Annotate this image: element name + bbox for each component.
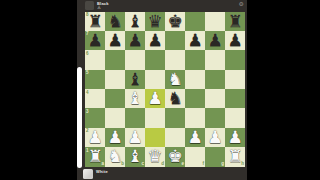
piece-black-pawn[interactable]: ♟ <box>205 31 225 50</box>
piece-white-queen[interactable]: ♛ <box>145 147 165 166</box>
piece-white-rook[interactable]: ♜ <box>85 147 105 166</box>
square-g4[interactable] <box>205 89 225 108</box>
square-f4[interactable] <box>185 89 205 108</box>
square-b5[interactable] <box>105 70 125 89</box>
square-h4[interactable] <box>225 89 245 108</box>
square-e2[interactable] <box>165 128 185 147</box>
rank-label: 3 <box>86 109 89 114</box>
piece-white-knight[interactable]: ♞ <box>165 70 185 89</box>
square-c7[interactable]: ♟ <box>125 31 145 50</box>
square-a1[interactable]: 1a♜ <box>85 147 105 166</box>
piece-black-bishop[interactable]: ♝ <box>125 70 145 89</box>
piece-white-pawn[interactable]: ♟ <box>225 128 245 147</box>
square-h7[interactable]: ♟ <box>225 31 245 50</box>
piece-white-bishop[interactable]: ♝ <box>125 147 145 166</box>
piece-black-pawn[interactable]: ♟ <box>85 31 105 50</box>
bottom-player-name: White <box>96 169 108 174</box>
square-d8[interactable]: ♛ <box>145 12 165 31</box>
square-a2[interactable]: 2♟ <box>85 128 105 147</box>
piece-white-pawn[interactable]: ♟ <box>125 128 145 147</box>
square-g1[interactable]: g <box>205 147 225 166</box>
piece-white-king[interactable]: ♚ <box>165 147 185 166</box>
square-h3[interactable] <box>225 108 245 127</box>
square-b7[interactable]: ♟ <box>105 31 125 50</box>
square-b1[interactable]: b♞ <box>105 147 125 166</box>
piece-white-bishop[interactable]: ♝ <box>125 89 145 108</box>
square-c8[interactable]: ♝ <box>125 12 145 31</box>
square-g6[interactable] <box>205 50 225 69</box>
square-d1[interactable]: d♛ <box>145 147 165 166</box>
top-player-info: Black ♙ <box>97 1 109 10</box>
square-f8[interactable] <box>185 12 205 31</box>
piece-black-pawn[interactable]: ♟ <box>105 31 125 50</box>
square-d6[interactable] <box>145 50 165 69</box>
square-e7[interactable] <box>165 31 185 50</box>
bottom-player-info: White <box>96 169 108 174</box>
piece-black-pawn[interactable]: ♟ <box>185 31 205 50</box>
square-a5[interactable]: 5 <box>85 70 105 89</box>
square-h5[interactable] <box>225 70 245 89</box>
piece-black-pawn[interactable]: ♟ <box>125 31 145 50</box>
square-b6[interactable] <box>105 50 125 69</box>
chess-board[interactable]: 8♜♞♝♛♚♜7♟♟♟♟♟♟♟65♝♞4♝♟♞32♟♟♟♟♟♟1a♜b♞c♝d♛… <box>85 12 245 167</box>
top-player-bar: Black ♙ ⚙ <box>85 1 245 11</box>
square-g2[interactable]: ♟ <box>205 128 225 147</box>
square-f3[interactable] <box>185 108 205 127</box>
square-d2[interactable] <box>145 128 165 147</box>
top-player-captured-pieces: ♙ <box>97 6 109 10</box>
piece-black-bishop[interactable]: ♝ <box>125 12 145 31</box>
bottom-player-avatar[interactable] <box>83 169 93 179</box>
square-c2[interactable]: ♟ <box>125 128 145 147</box>
square-f5[interactable] <box>185 70 205 89</box>
file-label: g <box>221 161 224 166</box>
square-a8[interactable]: 8♜ <box>85 12 105 31</box>
square-c1[interactable]: c♝ <box>125 147 145 166</box>
square-g5[interactable] <box>205 70 225 89</box>
piece-black-knight[interactable]: ♞ <box>165 89 185 108</box>
square-b3[interactable] <box>105 108 125 127</box>
square-g3[interactable] <box>205 108 225 127</box>
square-b8[interactable]: ♞ <box>105 12 125 31</box>
square-h6[interactable] <box>225 50 245 69</box>
square-c5[interactable]: ♝ <box>125 70 145 89</box>
scrollbar-thumb[interactable] <box>77 67 82 168</box>
square-e5[interactable]: ♞ <box>165 70 185 89</box>
square-e6[interactable] <box>165 50 185 69</box>
settings-gear-icon[interactable]: ⚙ <box>239 1 244 8</box>
square-d3[interactable] <box>145 108 165 127</box>
square-h8[interactable]: ♜ <box>225 12 245 31</box>
square-b4[interactable] <box>105 89 125 108</box>
square-g8[interactable] <box>205 12 225 31</box>
square-c3[interactable] <box>125 108 145 127</box>
square-f7[interactable]: ♟ <box>185 31 205 50</box>
square-h2[interactable]: ♟ <box>225 128 245 147</box>
square-e1[interactable]: e♚ <box>165 147 185 166</box>
bottom-player-bar: White <box>83 169 245 180</box>
piece-white-pawn[interactable]: ♟ <box>185 128 205 147</box>
square-e4[interactable]: ♞ <box>165 89 185 108</box>
piece-white-pawn[interactable]: ♟ <box>105 128 125 147</box>
file-label: f <box>203 161 205 166</box>
square-e8[interactable]: ♚ <box>165 12 185 31</box>
square-g7[interactable]: ♟ <box>205 31 225 50</box>
rank-label: 4 <box>86 90 89 95</box>
square-e3[interactable] <box>165 108 185 127</box>
piece-white-knight[interactable]: ♞ <box>105 147 125 166</box>
square-f6[interactable] <box>185 50 205 69</box>
square-c4[interactable]: ♝ <box>125 89 145 108</box>
piece-white-rook[interactable]: ♜ <box>225 147 245 166</box>
square-d5[interactable] <box>145 70 165 89</box>
square-d7[interactable]: ♟ <box>145 31 165 50</box>
square-h1[interactable]: h♜ <box>225 147 245 166</box>
square-a6[interactable]: 6 <box>85 50 105 69</box>
rank-label: 6 <box>86 51 89 56</box>
square-a7[interactable]: 7♟ <box>85 31 105 50</box>
square-a4[interactable]: 4 <box>85 89 105 108</box>
letterbox-right <box>247 0 320 180</box>
square-f2[interactable]: ♟ <box>185 128 205 147</box>
piece-black-rook[interactable]: ♜ <box>225 12 245 31</box>
square-f1[interactable]: f <box>185 147 205 166</box>
top-player-avatar[interactable] <box>85 1 94 10</box>
piece-black-queen[interactable]: ♛ <box>145 12 165 31</box>
piece-black-knight[interactable]: ♞ <box>105 12 125 31</box>
square-d4[interactable]: ♟ <box>145 89 165 108</box>
piece-white-pawn[interactable]: ♟ <box>145 89 165 108</box>
piece-black-pawn[interactable]: ♟ <box>145 31 165 50</box>
video-frame: Black ♙ ⚙ 8♜♞♝♛♚♜7♟♟♟♟♟♟♟65♝♞4♝♟♞32♟♟♟♟♟… <box>0 0 320 180</box>
rank-label: 5 <box>86 70 89 75</box>
piece-white-pawn[interactable]: ♟ <box>205 128 225 147</box>
piece-black-pawn[interactable]: ♟ <box>225 31 245 50</box>
piece-white-pawn[interactable]: ♟ <box>85 128 105 147</box>
piece-black-rook[interactable]: ♜ <box>85 12 105 31</box>
letterbox-left <box>0 0 77 180</box>
square-b2[interactable]: ♟ <box>105 128 125 147</box>
square-a3[interactable]: 3 <box>85 108 105 127</box>
square-c6[interactable] <box>125 50 145 69</box>
chess-app-screen: Black ♙ ⚙ 8♜♞♝♛♚♜7♟♟♟♟♟♟♟65♝♞4♝♟♞32♟♟♟♟♟… <box>77 0 247 180</box>
piece-black-king[interactable]: ♚ <box>165 12 185 31</box>
